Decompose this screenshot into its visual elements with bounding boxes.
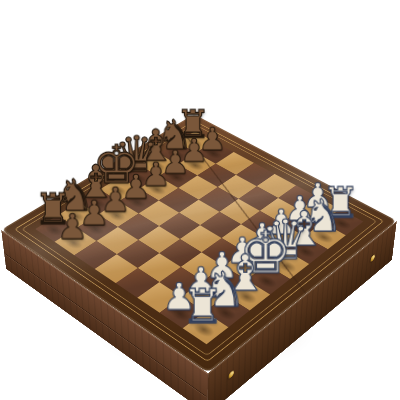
piece-anchor: ♜ xyxy=(192,321,216,337)
piece-white-rook[interactable]: ♜ xyxy=(162,283,243,330)
piece-anchor: ♟ xyxy=(64,236,84,249)
photo-frame: ♜♟♟♜♞♟♟♞♝♟♟♝♛♟♟♛♚♟♟♚♝♟♟♝♞♟♟♞♜♟♟♜ xyxy=(0,0,400,400)
square-h1[interactable]: ♜ xyxy=(183,312,229,345)
brass-knob[interactable] xyxy=(229,370,234,380)
scene: ♜♟♟♜♞♟♟♞♝♟♟♝♛♟♟♛♚♟♟♚♝♟♟♝♞♟♟♞♜♟♟♜ xyxy=(0,0,400,400)
square-h7[interactable]: ♟ xyxy=(55,228,97,255)
brass-knob[interactable] xyxy=(370,254,375,263)
piece-black-pawn[interactable]: ♟ xyxy=(35,209,108,244)
